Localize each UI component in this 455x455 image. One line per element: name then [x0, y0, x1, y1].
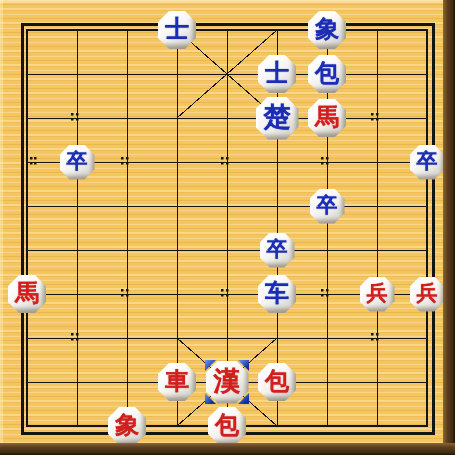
piece-glyph: 卒 — [317, 195, 338, 216]
piece-glyph: 象 — [115, 413, 139, 437]
frame-shadow-bottom — [0, 443, 455, 455]
piece-red-elephant[interactable]: 象 — [108, 407, 146, 445]
frame-shadow-right — [443, 0, 455, 455]
piece-blue-advisor[interactable]: 士 — [158, 11, 196, 49]
piece-blue-elephant[interactable]: 象 — [308, 11, 346, 49]
piece-blue-advisor[interactable]: 士 — [258, 55, 296, 93]
board-grid: 士象士包楚馬卒卒卒卒馬车兵兵車漢包象包 — [2, 8, 452, 448]
piece-glyph: 包 — [215, 413, 239, 437]
piece-glyph: 兵 — [367, 283, 388, 304]
piece-red-cannon[interactable]: 包 — [258, 363, 296, 401]
piece-blue-general[interactable]: 楚 — [256, 97, 299, 140]
piece-blue-soldier[interactable]: 卒 — [60, 145, 95, 180]
piece-glyph: 象 — [315, 17, 339, 41]
piece-glyph: 卒 — [67, 151, 88, 172]
janggi-board[interactable]: 士象士包楚馬卒卒卒卒馬车兵兵車漢包象包 — [0, 0, 455, 455]
piece-glyph: 包 — [265, 369, 289, 393]
piece-red-horse[interactable]: 馬 — [8, 275, 46, 313]
piece-red-chariot[interactable]: 車 — [158, 363, 196, 401]
piece-red-soldier[interactable]: 兵 — [360, 277, 395, 312]
piece-glyph: 漢 — [214, 368, 241, 395]
piece-blue-soldier[interactable]: 卒 — [310, 189, 345, 224]
piece-glyph: 包 — [315, 61, 339, 85]
piece-blue-soldier[interactable]: 卒 — [260, 233, 295, 268]
piece-glyph: 卒 — [267, 239, 288, 260]
piece-glyph: 馬 — [315, 105, 339, 129]
piece-red-horse[interactable]: 馬 — [308, 99, 346, 137]
piece-red-soldier[interactable]: 兵 — [410, 277, 445, 312]
piece-blue-chariot[interactable]: 车 — [258, 275, 296, 313]
piece-glyph: 兵 — [417, 283, 438, 304]
piece-red-general[interactable]: 漢 — [206, 361, 249, 404]
piece-glyph: 楚 — [264, 104, 291, 131]
piece-blue-cannon[interactable]: 包 — [308, 55, 346, 93]
piece-glyph: 馬 — [15, 281, 39, 305]
piece-glyph: 车 — [265, 281, 289, 305]
piece-glyph: 卒 — [417, 151, 438, 172]
piece-glyph: 車 — [165, 369, 189, 393]
piece-red-cannon[interactable]: 包 — [208, 407, 246, 445]
piece-blue-soldier[interactable]: 卒 — [410, 145, 445, 180]
piece-glyph: 士 — [165, 17, 189, 41]
piece-glyph: 士 — [265, 61, 289, 85]
